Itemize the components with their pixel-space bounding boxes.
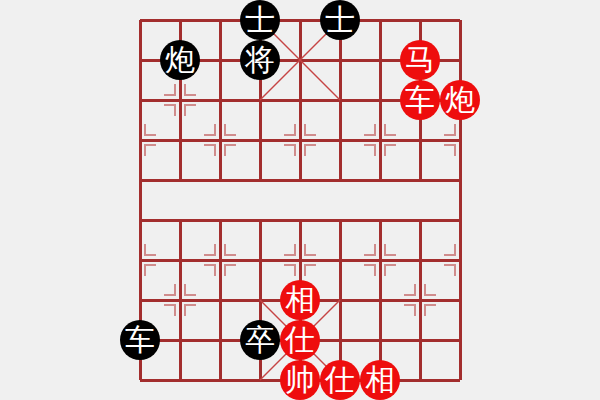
piece-black-advisor[interactable]: 士	[240, 0, 280, 40]
piece-red-advisor[interactable]: 仕	[280, 320, 320, 360]
piece-red-elephant[interactable]: 相	[360, 360, 400, 400]
xiangqi-diagram: 士士炮将马车炮相车卒仕帅仕相	[0, 0, 600, 400]
piece-black-soldier[interactable]: 卒	[240, 320, 280, 360]
piece-red-chariot[interactable]: 车	[400, 80, 440, 120]
piece-red-general[interactable]: 帅	[280, 360, 320, 400]
piece-black-advisor[interactable]: 士	[320, 0, 360, 40]
piece-black-general[interactable]: 将	[240, 40, 280, 80]
piece-black-cannon[interactable]: 炮	[160, 40, 200, 80]
piece-red-advisor[interactable]: 仕	[320, 360, 360, 400]
piece-red-horse[interactable]: 马	[400, 40, 440, 80]
piece-black-chariot[interactable]: 车	[120, 320, 160, 360]
piece-red-cannon[interactable]: 炮	[440, 80, 480, 120]
piece-red-elephant[interactable]: 相	[280, 280, 320, 320]
pieces-layer: 士士炮将马车炮相车卒仕帅仕相	[0, 0, 600, 400]
